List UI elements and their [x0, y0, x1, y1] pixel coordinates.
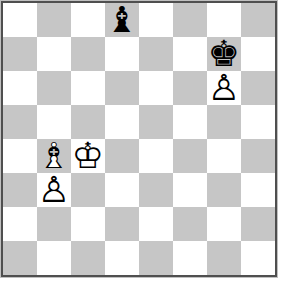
square-a2[interactable]: [3, 207, 37, 241]
square-g8[interactable]: [207, 3, 241, 37]
square-c4[interactable]: ♚♔: [71, 139, 105, 173]
square-a6[interactable]: [3, 71, 37, 105]
square-c7[interactable]: [71, 37, 105, 71]
square-b4[interactable]: ♝♗: [37, 139, 71, 173]
square-h2[interactable]: [241, 207, 275, 241]
square-c3[interactable]: [71, 173, 105, 207]
square-e2[interactable]: [139, 207, 173, 241]
square-f5[interactable]: [173, 105, 207, 139]
square-h5[interactable]: [241, 105, 275, 139]
black-king-g7: ♚: [207, 37, 241, 71]
square-e3[interactable]: [139, 173, 173, 207]
square-f8[interactable]: [173, 3, 207, 37]
square-h3[interactable]: [241, 173, 275, 207]
square-d7[interactable]: [105, 37, 139, 71]
square-d3[interactable]: [105, 173, 139, 207]
square-a4[interactable]: [3, 139, 37, 173]
white-bishop-fill: ♝: [37, 139, 71, 173]
square-h6[interactable]: [241, 71, 275, 105]
square-c5[interactable]: [71, 105, 105, 139]
square-e8[interactable]: [139, 3, 173, 37]
square-h1[interactable]: [241, 241, 275, 275]
square-a7[interactable]: [3, 37, 37, 71]
white-pawn-fill: ♟: [37, 173, 71, 207]
square-g7[interactable]: ♚: [207, 37, 241, 71]
square-d1[interactable]: [105, 241, 139, 275]
square-e7[interactable]: [139, 37, 173, 71]
square-g5[interactable]: [207, 105, 241, 139]
white-king-c4: ♔: [71, 139, 105, 173]
black-bishop-d8: ♝: [105, 3, 139, 37]
square-f7[interactable]: [173, 37, 207, 71]
square-h7[interactable]: [241, 37, 275, 71]
square-f2[interactable]: [173, 207, 207, 241]
square-g1[interactable]: [207, 241, 241, 275]
square-h8[interactable]: [241, 3, 275, 37]
square-d8[interactable]: ♝: [105, 3, 139, 37]
white-pawn-g6: ♙: [207, 71, 241, 105]
square-d4[interactable]: [105, 139, 139, 173]
white-bishop-b4: ♗: [37, 139, 71, 173]
square-a1[interactable]: [3, 241, 37, 275]
square-d2[interactable]: [105, 207, 139, 241]
square-f1[interactable]: [173, 241, 207, 275]
white-pawn-fill: ♟: [207, 71, 241, 105]
square-b8[interactable]: [37, 3, 71, 37]
square-b6[interactable]: [37, 71, 71, 105]
white-pawn-b3: ♙: [37, 173, 71, 207]
square-e4[interactable]: [139, 139, 173, 173]
square-c8[interactable]: [71, 3, 105, 37]
chess-board: ♝♚♟♙♝♗♚♔♟♙: [1, 1, 277, 277]
chess-diagram: ♝♚♟♙♝♗♚♔♟♙: [0, 1, 281, 277]
square-b1[interactable]: [37, 241, 71, 275]
square-h4[interactable]: [241, 139, 275, 173]
square-f4[interactable]: [173, 139, 207, 173]
white-king-fill: ♚: [71, 139, 105, 173]
square-g4[interactable]: [207, 139, 241, 173]
square-c2[interactable]: [71, 207, 105, 241]
square-g6[interactable]: ♟♙: [207, 71, 241, 105]
square-d6[interactable]: [105, 71, 139, 105]
square-b3[interactable]: ♟♙: [37, 173, 71, 207]
square-b7[interactable]: [37, 37, 71, 71]
square-e1[interactable]: [139, 241, 173, 275]
square-b2[interactable]: [37, 207, 71, 241]
square-e6[interactable]: [139, 71, 173, 105]
square-a8[interactable]: [3, 3, 37, 37]
square-e5[interactable]: [139, 105, 173, 139]
square-d5[interactable]: [105, 105, 139, 139]
square-g3[interactable]: [207, 173, 241, 207]
square-a3[interactable]: [3, 173, 37, 207]
square-f3[interactable]: [173, 173, 207, 207]
square-b5[interactable]: [37, 105, 71, 139]
square-a5[interactable]: [3, 105, 37, 139]
square-g2[interactable]: [207, 207, 241, 241]
square-f6[interactable]: [173, 71, 207, 105]
square-c6[interactable]: [71, 71, 105, 105]
square-c1[interactable]: [71, 241, 105, 275]
